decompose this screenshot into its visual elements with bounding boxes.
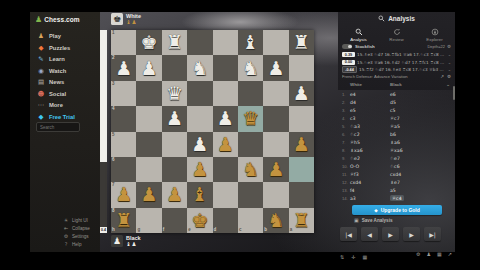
board-square-a7[interactable] [289,182,314,207]
rank-label: 6 [112,158,115,163]
move-row-8: 8.♗xa6♕xa6 [342,146,448,154]
board-square-f2[interactable] [162,55,187,80]
logo-pawn-icon: ♟ [35,15,42,24]
black-knight-c6[interactable]: ♞ [242,160,259,179]
rank-label: 4 [112,107,115,112]
board-square-e2[interactable]: ♞ [187,55,212,80]
board-square-c7[interactable] [238,182,263,207]
black-rook-a8[interactable]: ♜ [293,211,310,230]
board-square-h6[interactable]: 6 [111,157,136,182]
chesscom-app: ♟ Chess.com ♟Play◆Puzzles✎Learn◉Watch▤Ne… [0,0,480,270]
engine-line-moves: 15.♘e3 ♕a6 16.♗d2 ♘d7 17.♖fc1 ♖c8 18.♘c3 [357,60,446,65]
board-square-e8[interactable]: e♚ [187,208,212,233]
sidebar-item-label: Social [49,91,66,97]
move-row-11: 11.♕f3cxd4 [342,170,448,178]
footer-item-light-ui[interactable]: ☀Light UI [63,216,88,224]
sidebar-item-social[interactable]: ☻Social [37,89,66,99]
board-square-b6[interactable]: ♟ [263,157,288,182]
board-square-b8[interactable]: b♞ [263,208,288,233]
save-analysis-button[interactable]: ▣ Save Analysis [354,217,392,223]
white-pawn-g2[interactable]: ♟ [141,59,158,78]
play-icon: ♟ [37,32,45,40]
move-row-10: 10.O-O♘c6 [342,162,448,170]
move-row-6: 6.♘c2b6 [342,130,448,138]
board-square-b7[interactable] [263,182,288,207]
expand-chevron-icon[interactable]: ⌄ [448,60,451,65]
white-move[interactable]: d4 [350,100,356,105]
board-square-f5[interactable] [162,132,187,157]
board-square-c6[interactable]: ♞ [238,157,263,182]
white-pawn-f4[interactable]: ♟ [166,109,183,128]
analysis-magnifier-icon [355,28,363,36]
move-row-12: 12.cxd4♗e7 [342,178,448,186]
board-square-a3[interactable]: ♟ [289,81,314,106]
sidebar-item-label: More [49,102,63,108]
playback-controls: |◀◀▶▶▶| [340,227,441,241]
move-number: 13. [342,188,348,193]
move-number: 8. [342,148,346,153]
board-square-h4[interactable]: 4 [111,106,136,131]
board-square-e3[interactable] [187,81,212,106]
toolbar-left-icons: ⇅✛▦ [340,245,374,263]
black-queen-c4[interactable]: ♛ [242,109,259,128]
board-square-g2[interactable]: ♟ [136,55,161,80]
chess-board: 1♚♜♝♜2♟♟♞♞♟3♛♟4♟♟♛5♟♟♟6♟♞♟7♟♟♟♝8h♜gfe♚dc… [111,30,314,233]
black-move-current[interactable]: ♕c4 [390,195,404,201]
engine-eval-badge: -0.44 [342,66,357,73]
file-label: a [290,228,293,233]
white-pawn-b2[interactable]: ♟ [267,59,284,78]
move-number: 11. [342,172,348,177]
board-square-h7[interactable]: 7♟ [111,182,136,207]
engine-toggle[interactable] [342,44,352,49]
puzzles-icon: ◆ [37,44,45,52]
play-button[interactable]: ▶ [382,227,399,241]
file-label: h [112,228,115,233]
board-square-c5[interactable] [238,132,263,157]
move-number: 7. [342,140,346,145]
board-square-g4[interactable] [136,106,161,131]
more-icon: ⋯ [37,101,45,109]
moves-black-col-label: Black [390,82,402,87]
black-move[interactable]: e6 [390,92,396,97]
board-square-b5[interactable] [263,132,288,157]
black-move[interactable]: a5 [390,188,396,193]
white-move[interactable]: e4 [350,92,356,97]
share-icon[interactable]: ↗ [440,74,444,79]
black-move[interactable]: ♘e7 [390,156,400,161]
captured-piece-icon: ♟ [131,241,136,247]
white-pawn-d4[interactable]: ♟ [217,109,234,128]
watch-icon: ◉ [37,67,45,75]
black-move[interactable]: ♕c7 [390,116,400,121]
move-number: 12. [342,180,348,185]
light-ui-icon: ☀ [63,217,69,223]
footer-item-label: Light UI [72,218,88,223]
black-bishop-e7[interactable]: ♝ [191,185,208,204]
rank-label: 3 [112,82,115,87]
captured-piece-icon: ♟ [131,19,136,25]
white-pawn-a3[interactable]: ♟ [293,84,310,103]
moves-white-col-label: White [350,82,362,87]
pieces-icon[interactable]: ♟ [427,251,431,257]
board-square-g3[interactable] [136,81,161,106]
board-square-b2[interactable]: ♟ [263,55,288,80]
board-square-h5[interactable]: 5 [111,132,136,157]
gear-icon[interactable]: ⚙ [447,74,451,79]
board-square-c8[interactable]: c [238,208,263,233]
board-square-h2[interactable]: 2♟ [111,55,136,80]
sidebar-item-label: Free Trial [49,114,75,120]
move-number: 1. [342,92,346,97]
move-row-1: 1.e4e6 [342,90,448,98]
white-captured-pieces: ♝♟ [126,19,141,25]
board-square-d7[interactable] [213,182,238,207]
eval-value: 0.4 [100,227,107,233]
engine-row: Stockfish Depth=22 ⚙ [342,43,451,50]
board-square-f7[interactable]: ♟ [162,182,187,207]
board-square-a2[interactable] [289,55,314,80]
black-player-avatar[interactable]: ♟ [111,235,123,247]
eval-bar: 0.4 [100,30,107,233]
move-number: 9. [342,156,346,161]
white-move[interactable]: ♘e2 [350,156,360,161]
sidebar-item-label: Puzzles [49,45,70,51]
explorer-compass-icon [431,28,439,36]
engine-line-moves: 15.♗e3 ♘d7 16.♖fb1 ♕a6 17.♘c3 ♖c8 18.♗d2 [357,52,446,57]
white-move[interactable]: ♘a3 [350,124,360,129]
white-pawn-e5[interactable]: ♟ [191,135,208,154]
move-row-4: 4.c3♕c7 [342,114,448,122]
black-king-e8[interactable]: ♚ [191,211,208,230]
sidebar: ♟ Chess.com ♟Play◆Puzzles✎Learn◉Watch▤Ne… [30,12,100,252]
board-square-g6[interactable] [136,157,161,182]
review-refresh-icon [393,28,401,36]
sidebar-item-play[interactable]: ♟Play [37,31,61,41]
sidebar-item-puzzles[interactable]: ◆Puzzles [37,43,70,53]
board-square-d6[interactable] [213,157,238,182]
board-square-d4[interactable]: ♟ [213,106,238,131]
move-number: 5. [342,124,346,129]
player-top: ♚ White ♝♟ [111,13,141,25]
help-icon: ? [63,241,69,247]
rank-label: 5 [112,133,115,138]
board-square-a6[interactable] [289,157,314,182]
black-move[interactable]: b6 [390,132,396,137]
engine-eval-badge: 0.39 [342,52,355,57]
black-pawn-e6[interactable]: ♟ [191,160,208,179]
white-king-g1[interactable]: ♚ [141,33,158,52]
file-label: e [188,228,191,233]
move-number: 6. [342,132,346,137]
board-square-e1[interactable] [187,30,212,55]
board-square-d3[interactable] [213,81,238,106]
upgrade-button[interactable]: ◆ Upgrade to Gold [352,205,442,215]
file-label: d [214,228,217,233]
tab-review[interactable]: Review [380,28,413,42]
board-square-h8[interactable]: 8h♜ [111,208,136,233]
black-captured-pieces: ♝♟ [126,241,141,247]
board-square-f3[interactable]: ♛ [162,81,187,106]
social-icon: ☻ [37,90,45,98]
black-knight-b8[interactable]: ♞ [267,211,284,230]
move-number: 2. [342,100,346,105]
file-label: b [264,228,267,233]
move-row-2: 2.d4d5 [342,98,448,106]
black-pawn-g7[interactable]: ♟ [141,185,158,204]
engine-depth: Depth=22 [427,44,444,49]
board-square-f8[interactable]: f [162,208,187,233]
sidebar-item-label: Learn [49,56,65,62]
board-square-e6[interactable]: ♟ [187,157,212,182]
footer-item-collapse[interactable]: ⇤Collapse [63,224,90,232]
board-square-c3[interactable] [238,81,263,106]
engine-eval-badge: 0.00 [342,60,355,65]
chesscom-logo[interactable]: ♟ Chess.com [35,15,80,24]
engine-settings-gear-icon[interactable]: ⚙ [447,44,451,49]
board-square-d2[interactable] [213,55,238,80]
black-pawn-f7[interactable]: ♟ [166,185,183,204]
board-square-a1[interactable]: ♜ [289,30,314,55]
black-pawn-h7[interactable]: ♟ [115,185,132,204]
bottom-toolbar: ⇅✛▦ ⚙♟▦↗ [340,245,452,263]
engine-name: Stockfish [355,44,427,49]
sidebar-item-news[interactable]: ▤News [37,77,64,87]
file-label: c [239,228,242,233]
sidebar-item-more[interactable]: ⋯More [37,100,63,110]
board-square-d1[interactable] [213,30,238,55]
black-move[interactable]: ♘c6 [390,164,400,169]
black-pawn-a5[interactable]: ♟ [293,135,310,154]
black-pawn-b6[interactable]: ♟ [267,160,284,179]
board-square-c2[interactable]: ♞ [238,55,263,80]
board-square-g5[interactable] [136,132,161,157]
move-row-7: 7.♕h5♗a6 [342,138,448,146]
file-label: g [137,228,140,233]
black-move[interactable]: cxd4 [390,172,401,177]
black-move[interactable]: ♕a5 [390,124,400,129]
board-square-a8[interactable]: a♜ [289,208,314,233]
sidebar-item-learn[interactable]: ✎Learn [37,54,65,64]
next-move-button[interactable]: ▶ [403,227,420,241]
first-move-button[interactable]: |◀ [340,227,357,241]
sidebar-item-label: Watch [49,68,66,74]
footer-item-label: Help [72,242,81,247]
move-number: 14. [342,196,348,201]
board-square-a5[interactable]: ♟ [289,132,314,157]
sidebar-item-label: News [49,79,64,85]
tab-explorer[interactable]: Explorer [418,28,451,42]
collapse-icon: ⇤ [63,225,69,231]
footer-item-help[interactable]: ?Help [63,240,81,248]
white-rook-a1[interactable]: ♜ [293,33,310,52]
search-input[interactable] [36,122,80,132]
move-list: 1.e4e62.d4d53.e5c54.c3♕c75.♘a3♕a56.♘c2b6… [342,90,448,202]
diamond-icon: ◆ [374,208,377,213]
analysis-panel: Analysis Analysis Review [338,12,455,252]
news-icon: ▤ [37,78,45,86]
rank-label: 2 [112,56,115,61]
board-square-c1[interactable]: ♝ [238,30,263,55]
move-row-14: 14.a3♕c4 [342,194,448,202]
engine-line-1[interactable]: 0.3915.♗e3 ♘d7 16.♖fb1 ♕a6 17.♘c3 ♖c8 18… [342,51,451,58]
board-square-g7[interactable]: ♟ [136,182,161,207]
tab-analysis[interactable]: Analysis [342,28,375,42]
white-rook-f1[interactable]: ♜ [166,33,183,52]
board-square-a4[interactable] [289,106,314,131]
board-editor-icon[interactable]: ▦ [362,254,367,260]
white-move[interactable]: ♗xa6 [350,148,363,153]
black-move[interactable]: ♗e7 [390,180,400,185]
footer-item-label: Settings [72,234,89,239]
white-move[interactable]: ♘c2 [350,132,360,137]
board-square-f6[interactable] [162,157,187,182]
board-square-e7[interactable]: ♝ [187,182,212,207]
white-knight-e2[interactable]: ♞ [191,59,208,78]
rank-label: 7 [112,183,115,188]
board-square-h3[interactable]: 3 [111,81,136,106]
share-icon[interactable]: ↗ [448,251,452,257]
move-row-3: 3.e5c5 [342,106,448,114]
board-square-b3[interactable] [263,81,288,106]
settings-gear-icon[interactable]: ⚙ [416,251,420,257]
learn-icon: ✎ [37,55,45,63]
rank-label: 1 [112,31,115,36]
white-player-avatar[interactable]: ♚ [111,13,123,25]
app-background: ♟ Chess.com ♟Play◆Puzzles✎Learn◉Watch▤Ne… [30,12,455,252]
footer-item-settings[interactable]: ⚙Settings [63,232,89,240]
black-pawn-d5[interactable]: ♟ [217,135,234,154]
move-list-scrollbar[interactable] [453,86,455,100]
engine-line-2[interactable]: 0.0015.♘e3 ♕a6 16.♗d2 ♘d7 17.♖fc1 ♖c8 18… [342,59,451,66]
eval-bar-white-part [100,30,107,162]
toolbar-right-icons: ⚙♟▦↗ [410,251,452,257]
black-move[interactable]: ♕xa6 [390,148,403,153]
board-square-f1[interactable]: ♜ [162,30,187,55]
move-number: 3. [342,108,346,113]
white-queen-f3[interactable]: ♛ [166,84,183,103]
opening-name[interactable]: French Defense: Advance Variation [342,74,437,79]
black-move[interactable]: c5 [390,108,395,113]
engine-line-moves: 15.♖f2 ♘d7 16.♗e3 ♖c8 17.♘c3 ♕b3 18.♕e2 [359,67,446,72]
board-square-f4[interactable]: ♟ [162,106,187,131]
white-move[interactable]: a3 [350,196,356,201]
white-move[interactable]: ♕f3 [350,172,359,177]
opening-row: French Defense: Advance Variation ↗ ⚙ [342,74,451,79]
free-trial-icon: ◆ [37,113,45,121]
move-number: 4. [342,116,346,121]
white-move[interactable]: O-O [350,164,359,169]
sidebar-item-free-trial[interactable]: ◆Free Trial [37,112,75,122]
board-square-h1[interactable]: 1 [111,30,136,55]
white-pawn-h2[interactable]: ♟ [115,59,132,78]
last-move-button[interactable]: ▶| [424,227,441,241]
board-square-b4[interactable] [263,106,288,131]
board-square-c4[interactable]: ♛ [238,106,263,131]
black-move[interactable]: d5 [390,100,396,105]
rank-label: 8 [112,209,115,214]
board-square-e4[interactable] [187,106,212,131]
sidebar-item-watch[interactable]: ◉Watch [37,66,66,76]
move-row-5: 5.♘a3♕a5 [342,122,448,130]
board-square-g1[interactable]: ♚ [136,30,161,55]
add-icon[interactable]: ✛ [351,254,355,260]
expand-chevron-icon[interactable]: ⌄ [448,52,451,57]
black-rook-h8[interactable]: ♜ [115,211,132,230]
settings-icon: ⚙ [63,233,69,239]
white-move[interactable]: cxd4 [350,180,361,185]
white-move[interactable]: ♕h5 [350,140,360,145]
board-square-d8[interactable]: d [213,208,238,233]
expand-chevron-icon[interactable]: ⌄ [448,67,451,72]
move-row-13: 13.f4a5 [342,186,448,194]
move-row-9: 9.♘e2♘e7 [342,154,448,162]
board-square-e5[interactable]: ♟ [187,132,212,157]
white-move[interactable]: c3 [350,116,355,121]
flip-board-icon[interactable]: ⇅ [340,254,344,260]
grid-icon[interactable]: ▦ [437,251,442,257]
search-icon [378,15,385,22]
sidebar-item-label: Play [49,33,61,39]
move-number: 10. [342,164,348,169]
black-move[interactable]: ♗a6 [390,140,400,145]
white-move[interactable]: f4 [350,188,355,193]
panel-title: Analysis [338,15,455,22]
prev-move-button[interactable]: ◀ [361,227,378,241]
white-bishop-c1[interactable]: ♝ [242,33,259,52]
save-icon: ▣ [354,217,359,223]
board-square-d5[interactable]: ♟ [213,132,238,157]
logo-text: Chess.com [44,16,80,23]
white-knight-c2[interactable]: ♞ [242,59,259,78]
file-label: f [163,228,165,233]
collapse-chevron-icon[interactable]: ⌄ [446,82,450,87]
footer-item-label: Collapse [72,226,90,231]
white-move[interactable]: e5 [350,108,356,113]
board-square-g8[interactable]: g [136,208,161,233]
engine-line-3[interactable]: -0.4415.♖f2 ♘d7 16.♗e3 ♖c8 17.♘c3 ♕b3 18… [342,66,451,73]
player-bottom: ♟ Black ♝♟ [111,235,141,247]
board-square-b1[interactable] [263,30,288,55]
